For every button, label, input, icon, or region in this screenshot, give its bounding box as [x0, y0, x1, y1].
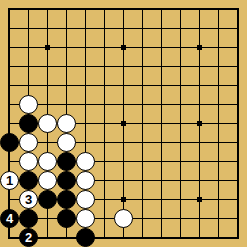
- grid-line-vertical: [9, 19, 10, 38]
- grid-line-vertical: [142, 57, 143, 76]
- white-stone[interactable]: [57, 133, 76, 152]
- white-stone[interactable]: [76, 209, 95, 228]
- intersection-4-3[interactable]: [76, 57, 95, 76]
- white-stone[interactable]: [19, 152, 38, 171]
- intersection-8-7[interactable]: [152, 133, 171, 152]
- grid-line-vertical: [161, 190, 162, 209]
- intersection-10-4[interactable]: [190, 76, 209, 95]
- intersection-11-8[interactable]: [209, 152, 228, 171]
- grid-line-vertical: [142, 133, 143, 152]
- intersection-7-5[interactable]: [133, 95, 152, 114]
- grid-line-vertical: [104, 95, 105, 114]
- intersection-11-7[interactable]: [209, 133, 228, 152]
- intersection-11-12[interactable]: [209, 228, 228, 247]
- intersection-6-4[interactable]: [114, 76, 133, 95]
- intersection-1-10[interactable]: 3: [19, 190, 38, 209]
- intersection-10-7[interactable]: [190, 133, 209, 152]
- intersection-0-4[interactable]: [0, 76, 19, 95]
- grid-line-vertical: [28, 38, 29, 57]
- black-stone[interactable]: [38, 190, 57, 209]
- intersection-4-5[interactable]: [76, 95, 95, 114]
- move-number-label: 1: [6, 174, 13, 187]
- intersection-1-7[interactable]: [19, 133, 38, 152]
- intersection-11-11[interactable]: [209, 209, 228, 228]
- grid-line-vertical: [123, 19, 124, 38]
- intersection-6-0[interactable]: [114, 0, 133, 19]
- intersection-3-0[interactable]: [57, 0, 76, 19]
- intersection-1-11[interactable]: [19, 209, 38, 228]
- grid-line-vertical: [199, 95, 200, 114]
- intersection-5-6[interactable]: [95, 114, 114, 133]
- intersection-11-2[interactable]: [209, 38, 228, 57]
- intersection-6-7[interactable]: [114, 133, 133, 152]
- intersection-5-2[interactable]: [95, 38, 114, 57]
- intersection-4-2[interactable]: [76, 38, 95, 57]
- intersection-4-0[interactable]: [76, 0, 95, 19]
- grid-line-vertical: [237, 133, 238, 152]
- white-stone[interactable]: [19, 95, 38, 114]
- intersection-6-6[interactable]: [114, 114, 133, 133]
- intersection-0-5[interactable]: [0, 95, 19, 114]
- intersection-0-7[interactable]: [0, 133, 19, 152]
- intersection-0-0[interactable]: [0, 0, 19, 19]
- grid-line-vertical: [180, 19, 181, 38]
- intersection-9-10[interactable]: [171, 190, 190, 209]
- intersection-3-5[interactable]: [57, 95, 76, 114]
- grid-line-vertical: [9, 228, 10, 238]
- intersection-5-5[interactable]: [95, 95, 114, 114]
- intersection-8-2[interactable]: [152, 38, 171, 57]
- intersection-3-9[interactable]: [57, 171, 76, 190]
- black-stone[interactable]: [19, 209, 38, 228]
- white-stone[interactable]: [114, 209, 133, 228]
- intersection-11-6[interactable]: [209, 114, 228, 133]
- grid-line-vertical: [123, 9, 124, 19]
- intersection-1-12[interactable]: 2: [19, 228, 38, 247]
- intersection-2-10[interactable]: [38, 190, 57, 209]
- black-stone[interactable]: [57, 171, 76, 190]
- white-stone[interactable]: [76, 152, 95, 171]
- intersection-3-6[interactable]: [57, 114, 76, 133]
- intersection-6-8[interactable]: [114, 152, 133, 171]
- black-stone[interactable]: [19, 171, 38, 190]
- grid-line-vertical: [199, 171, 200, 190]
- grid-line-vertical: [237, 190, 238, 209]
- intersection-10-0[interactable]: [190, 0, 209, 19]
- intersection-7-8[interactable]: [133, 152, 152, 171]
- grid-line-vertical: [123, 57, 124, 76]
- intersection-8-10[interactable]: [152, 190, 171, 209]
- black-stone[interactable]: [76, 228, 95, 247]
- intersection-5-4[interactable]: [95, 76, 114, 95]
- intersection-10-12[interactable]: [190, 228, 209, 247]
- grid-line-vertical: [161, 133, 162, 152]
- intersection-3-3[interactable]: [57, 57, 76, 76]
- intersection-7-9[interactable]: [133, 171, 152, 190]
- intersection-0-1[interactable]: [0, 19, 19, 38]
- grid-line-vertical: [123, 152, 124, 171]
- intersection-0-9[interactable]: 1: [0, 171, 19, 190]
- intersection-6-1[interactable]: [114, 19, 133, 38]
- intersection-4-4[interactable]: [76, 76, 95, 95]
- intersection-9-6[interactable]: [171, 114, 190, 133]
- intersection-1-1[interactable]: [19, 19, 38, 38]
- grid-line-vertical: [104, 209, 105, 228]
- intersection-7-4[interactable]: [133, 76, 152, 95]
- intersection-4-6[interactable]: [76, 114, 95, 133]
- white-stone[interactable]: [57, 114, 76, 133]
- intersection-4-8[interactable]: [76, 152, 95, 171]
- grid-line-vertical: [237, 228, 238, 238]
- intersection-4-12[interactable]: [76, 228, 95, 247]
- intersection-8-12[interactable]: [152, 228, 171, 247]
- grid-line-vertical: [180, 38, 181, 57]
- intersection-11-3[interactable]: [209, 57, 228, 76]
- grid-line-vertical: [218, 95, 219, 114]
- intersection-6-5[interactable]: [114, 95, 133, 114]
- intersection-2-9[interactable]: [38, 171, 57, 190]
- grid-line-vertical: [104, 38, 105, 57]
- intersection-3-1[interactable]: [57, 19, 76, 38]
- intersection-12-11[interactable]: [228, 209, 247, 228]
- intersection-8-1[interactable]: [152, 19, 171, 38]
- intersection-2-6[interactable]: [38, 114, 57, 133]
- intersection-6-12[interactable]: [114, 228, 133, 247]
- intersection-12-6[interactable]: [228, 114, 247, 133]
- grid-line-vertical: [142, 76, 143, 95]
- intersection-10-6[interactable]: [190, 114, 209, 133]
- grid-line-vertical: [218, 76, 219, 95]
- intersection-12-7[interactable]: [228, 133, 247, 152]
- intersection-9-8[interactable]: [171, 152, 190, 171]
- grid-line-vertical: [161, 95, 162, 114]
- grid-line-vertical: [237, 9, 238, 19]
- intersection-10-5[interactable]: [190, 95, 209, 114]
- intersection-12-8[interactable]: [228, 152, 247, 171]
- white-stone[interactable]: [76, 171, 95, 190]
- grid-line-vertical: [142, 95, 143, 114]
- intersection-3-12[interactable]: [57, 228, 76, 247]
- intersection-7-3[interactable]: [133, 57, 152, 76]
- intersection-6-9[interactable]: [114, 171, 133, 190]
- grid-line-vertical: [199, 209, 200, 228]
- grid-line-vertical: [104, 57, 105, 76]
- intersection-8-9[interactable]: [152, 171, 171, 190]
- grid-line-vertical: [85, 9, 86, 19]
- intersection-7-10[interactable]: [133, 190, 152, 209]
- intersection-5-12[interactable]: [95, 228, 114, 247]
- black-stone[interactable]: [0, 133, 19, 152]
- intersection-6-11[interactable]: [114, 209, 133, 228]
- intersection-1-4[interactable]: [19, 76, 38, 95]
- grid-line-horizontal: [9, 47, 19, 48]
- black-stone[interactable]: 4: [0, 209, 19, 228]
- grid-line-vertical: [180, 9, 181, 19]
- intersection-2-7[interactable]: [38, 133, 57, 152]
- intersection-9-4[interactable]: [171, 76, 190, 95]
- intersection-0-6[interactable]: [0, 114, 19, 133]
- intersection-11-5[interactable]: [209, 95, 228, 114]
- grid-line-vertical: [142, 38, 143, 57]
- intersection-7-1[interactable]: [133, 19, 152, 38]
- grid-line-vertical: [237, 152, 238, 171]
- grid-line-vertical: [47, 228, 48, 238]
- intersection-0-12[interactable]: [0, 228, 19, 247]
- white-stone[interactable]: 3: [19, 190, 38, 209]
- grid-line-vertical: [104, 190, 105, 209]
- grid-line-vertical: [180, 152, 181, 171]
- intersection-12-1[interactable]: [228, 19, 247, 38]
- grid-line-vertical: [85, 57, 86, 76]
- intersection-12-3[interactable]: [228, 57, 247, 76]
- grid-line-vertical: [66, 228, 67, 238]
- intersection-10-3[interactable]: [190, 57, 209, 76]
- intersection-12-4[interactable]: [228, 76, 247, 95]
- intersection-10-10[interactable]: [190, 190, 209, 209]
- grid-line-vertical: [85, 38, 86, 57]
- grid-line-vertical: [66, 19, 67, 38]
- intersection-9-0[interactable]: [171, 0, 190, 19]
- intersection-4-9[interactable]: [76, 171, 95, 190]
- grid-line-horizontal: [9, 85, 19, 86]
- intersection-8-11[interactable]: [152, 209, 171, 228]
- intersection-8-3[interactable]: [152, 57, 171, 76]
- intersection-3-11[interactable]: [57, 209, 76, 228]
- intersection-10-2[interactable]: [190, 38, 209, 57]
- grid-line-vertical: [180, 57, 181, 76]
- intersection-12-5[interactable]: [228, 95, 247, 114]
- grid-line-vertical: [237, 209, 238, 228]
- intersection-12-9[interactable]: [228, 171, 247, 190]
- grid-line-vertical: [142, 171, 143, 190]
- black-stone[interactable]: [57, 152, 76, 171]
- intersection-0-10[interactable]: [0, 190, 19, 209]
- grid-line-vertical: [85, 95, 86, 114]
- white-stone[interactable]: [19, 133, 38, 152]
- grid-line-vertical: [180, 209, 181, 228]
- grid-line-vertical: [180, 133, 181, 152]
- grid-line-vertical: [47, 76, 48, 95]
- grid-line-vertical: [180, 76, 181, 95]
- grid-line-vertical: [180, 190, 181, 209]
- intersection-7-12[interactable]: [133, 228, 152, 247]
- grid-line-horizontal: [9, 199, 19, 200]
- intersection-4-7[interactable]: [76, 133, 95, 152]
- grid-line-vertical: [142, 209, 143, 228]
- intersection-5-11[interactable]: [95, 209, 114, 228]
- grid-line-horizontal: [9, 104, 19, 105]
- intersection-7-2[interactable]: [133, 38, 152, 57]
- grid-line-vertical: [161, 9, 162, 19]
- intersection-10-11[interactable]: [190, 209, 209, 228]
- intersection-8-8[interactable]: [152, 152, 171, 171]
- intersection-1-6[interactable]: [19, 114, 38, 133]
- intersection-10-9[interactable]: [190, 171, 209, 190]
- intersection-9-5[interactable]: [171, 95, 190, 114]
- grid-line-horizontal: [9, 123, 19, 124]
- intersection-11-0[interactable]: [209, 0, 228, 19]
- intersection-2-1[interactable]: [38, 19, 57, 38]
- intersection-5-0[interactable]: [95, 0, 114, 19]
- grid-line-vertical: [161, 228, 162, 238]
- grid-line-vertical: [9, 114, 10, 133]
- intersection-1-5[interactable]: [19, 95, 38, 114]
- grid-line-vertical: [9, 76, 10, 95]
- intersection-11-1[interactable]: [209, 19, 228, 38]
- intersection-2-5[interactable]: [38, 95, 57, 114]
- grid-line-vertical: [85, 133, 86, 152]
- intersection-3-7[interactable]: [57, 133, 76, 152]
- star-point: [197, 121, 202, 126]
- grid-line-vertical: [47, 19, 48, 38]
- intersection-3-10[interactable]: [57, 190, 76, 209]
- intersection-9-1[interactable]: [171, 19, 190, 38]
- intersection-2-4[interactable]: [38, 76, 57, 95]
- intersection-2-8[interactable]: [38, 152, 57, 171]
- grid-line-vertical: [142, 190, 143, 209]
- grid-line-vertical: [85, 76, 86, 95]
- intersection-2-2[interactable]: [38, 38, 57, 57]
- intersection-2-3[interactable]: [38, 57, 57, 76]
- intersection-3-4[interactable]: [57, 76, 76, 95]
- intersection-9-11[interactable]: [171, 209, 190, 228]
- intersection-8-5[interactable]: [152, 95, 171, 114]
- intersection-4-11[interactable]: [76, 209, 95, 228]
- grid-line-vertical: [218, 114, 219, 133]
- intersection-0-2[interactable]: [0, 38, 19, 57]
- grid-line-vertical: [123, 76, 124, 95]
- intersection-7-0[interactable]: [133, 0, 152, 19]
- intersection-1-9[interactable]: [19, 171, 38, 190]
- intersection-11-4[interactable]: [209, 76, 228, 95]
- intersection-0-8[interactable]: [0, 152, 19, 171]
- intersection-4-1[interactable]: [76, 19, 95, 38]
- intersection-3-2[interactable]: [57, 38, 76, 57]
- grid-line-vertical: [161, 76, 162, 95]
- intersection-10-8[interactable]: [190, 152, 209, 171]
- grid-line-vertical: [218, 152, 219, 171]
- star-point: [197, 45, 202, 50]
- intersection-2-11[interactable]: [38, 209, 57, 228]
- grid-line-vertical: [28, 57, 29, 76]
- intersection-7-11[interactable]: [133, 209, 152, 228]
- grid-line-vertical: [9, 152, 10, 171]
- grid-line-vertical: [180, 95, 181, 114]
- grid-line-vertical: [199, 19, 200, 38]
- grid-line-vertical: [237, 57, 238, 76]
- intersection-11-9[interactable]: [209, 171, 228, 190]
- grid-line-vertical: [66, 95, 67, 114]
- intersection-11-10[interactable]: [209, 190, 228, 209]
- grid-line-horizontal: [9, 66, 19, 67]
- grid-line-vertical: [9, 190, 10, 209]
- grid-line-vertical: [142, 114, 143, 133]
- black-stone[interactable]: [19, 114, 38, 133]
- intersection-4-10[interactable]: [76, 190, 95, 209]
- white-stone[interactable]: [38, 171, 57, 190]
- intersection-9-12[interactable]: [171, 228, 190, 247]
- grid-line-vertical: [161, 57, 162, 76]
- grid-line-vertical: [47, 9, 48, 19]
- intersection-6-10[interactable]: [114, 190, 133, 209]
- black-stone[interactable]: 2: [19, 228, 38, 247]
- grid-line-vertical: [9, 57, 10, 76]
- intersection-9-2[interactable]: [171, 38, 190, 57]
- intersection-12-10[interactable]: [228, 190, 247, 209]
- intersection-1-2[interactable]: [19, 38, 38, 57]
- intersection-5-7[interactable]: [95, 133, 114, 152]
- intersection-8-0[interactable]: [152, 0, 171, 19]
- intersection-5-10[interactable]: [95, 190, 114, 209]
- intersection-6-3[interactable]: [114, 57, 133, 76]
- intersection-5-9[interactable]: [95, 171, 114, 190]
- intersection-8-6[interactable]: [152, 114, 171, 133]
- grid-line-vertical: [218, 133, 219, 152]
- intersection-6-2[interactable]: [114, 38, 133, 57]
- intersection-5-1[interactable]: [95, 19, 114, 38]
- star-point: [121, 197, 126, 202]
- intersection-1-0[interactable]: [19, 0, 38, 19]
- intersection-3-8[interactable]: [57, 152, 76, 171]
- intersection-9-3[interactable]: [171, 57, 190, 76]
- intersection-1-3[interactable]: [19, 57, 38, 76]
- intersection-9-9[interactable]: [171, 171, 190, 190]
- intersection-12-2[interactable]: [228, 38, 247, 57]
- intersection-0-3[interactable]: [0, 57, 19, 76]
- grid-line-vertical: [180, 171, 181, 190]
- intersection-0-11[interactable]: 4: [0, 209, 19, 228]
- grid-line-vertical: [237, 38, 238, 57]
- intersection-5-3[interactable]: [95, 57, 114, 76]
- grid-line-vertical: [47, 133, 48, 152]
- grid-line-vertical: [104, 152, 105, 171]
- intersection-8-4[interactable]: [152, 76, 171, 95]
- grid-line-horizontal: [9, 161, 19, 162]
- white-stone[interactable]: [76, 190, 95, 209]
- star-point: [197, 197, 202, 202]
- grid-line-vertical: [199, 133, 200, 152]
- intersection-7-7[interactable]: [133, 133, 152, 152]
- intersection-2-12[interactable]: [38, 228, 57, 247]
- grid-line-vertical: [218, 171, 219, 190]
- grid-line-vertical: [142, 9, 143, 19]
- black-stone[interactable]: [57, 190, 76, 209]
- white-stone[interactable]: [38, 152, 57, 171]
- grid-line-vertical: [199, 57, 200, 76]
- grid-line-vertical: [85, 114, 86, 133]
- grid-line-vertical: [161, 152, 162, 171]
- grid-line-vertical: [66, 57, 67, 76]
- grid-line-vertical: [199, 152, 200, 171]
- intersection-9-7[interactable]: [171, 133, 190, 152]
- intersection-2-0[interactable]: [38, 0, 57, 19]
- move-number-label: 4: [6, 212, 13, 225]
- intersection-5-8[interactable]: [95, 152, 114, 171]
- grid-line-vertical: [66, 38, 67, 57]
- intersection-12-0[interactable]: [228, 0, 247, 19]
- black-stone[interactable]: [57, 209, 76, 228]
- grid-line-vertical: [9, 9, 10, 19]
- intersection-12-12[interactable]: [228, 228, 247, 247]
- intersection-10-1[interactable]: [190, 19, 209, 38]
- white-stone[interactable]: 1: [0, 171, 19, 190]
- white-stone[interactable]: [38, 114, 57, 133]
- grid-line-vertical: [9, 95, 10, 114]
- intersection-7-6[interactable]: [133, 114, 152, 133]
- grid-line-vertical: [142, 19, 143, 38]
- intersection-1-8[interactable]: [19, 152, 38, 171]
- grid-line-vertical: [28, 76, 29, 95]
